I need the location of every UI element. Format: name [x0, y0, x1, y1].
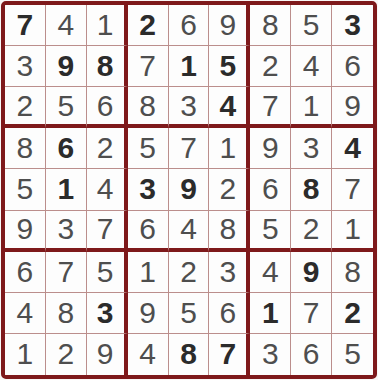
- sudoku-cell[interactable]: 4: [209, 87, 250, 128]
- sudoku-cell[interactable]: 3: [291, 128, 332, 169]
- sudoku-cell[interactable]: 9: [128, 293, 169, 334]
- sudoku-cell[interactable]: 4: [87, 169, 128, 210]
- sudoku-cell[interactable]: 3: [128, 169, 169, 210]
- sudoku-cell[interactable]: 2: [128, 5, 169, 46]
- sudoku-cell[interactable]: 9: [209, 5, 250, 46]
- sudoku-cell[interactable]: 3: [46, 211, 87, 252]
- sudoku-cell[interactable]: 4: [46, 5, 87, 46]
- sudoku-cell[interactable]: 8: [291, 169, 332, 210]
- sudoku-cell[interactable]: 9: [291, 252, 332, 293]
- sudoku-cell[interactable]: 1: [46, 169, 87, 210]
- sudoku-cell[interactable]: 1: [209, 128, 250, 169]
- sudoku-cell[interactable]: 2: [209, 169, 250, 210]
- sudoku-cell[interactable]: 6: [169, 5, 210, 46]
- sudoku-board: 7412698533987152462568347198625719345143…: [1, 1, 377, 379]
- sudoku-cell[interactable]: 8: [332, 252, 373, 293]
- sudoku-cell[interactable]: 5: [169, 293, 210, 334]
- sudoku-cell[interactable]: 7: [87, 211, 128, 252]
- sudoku-cell[interactable]: 6: [250, 169, 291, 210]
- sudoku-cell[interactable]: 7: [46, 252, 87, 293]
- sudoku-cell[interactable]: 2: [46, 334, 87, 375]
- sudoku-cell[interactable]: 1: [250, 293, 291, 334]
- sudoku-cell[interactable]: 6: [5, 252, 46, 293]
- sudoku-cell[interactable]: 8: [169, 334, 210, 375]
- sudoku-cell[interactable]: 2: [291, 211, 332, 252]
- sudoku-cell[interactable]: 3: [87, 293, 128, 334]
- sudoku-cell[interactable]: 9: [332, 87, 373, 128]
- sudoku-cell[interactable]: 9: [169, 169, 210, 210]
- sudoku-cell[interactable]: 9: [46, 46, 87, 87]
- sudoku-cell[interactable]: 5: [332, 334, 373, 375]
- sudoku-cell[interactable]: 3: [209, 252, 250, 293]
- sudoku-cell[interactable]: 8: [5, 128, 46, 169]
- sudoku-cell[interactable]: 9: [87, 334, 128, 375]
- sudoku-cell[interactable]: 5: [291, 5, 332, 46]
- sudoku-cell[interactable]: 6: [46, 128, 87, 169]
- sudoku-cell[interactable]: 4: [250, 252, 291, 293]
- sudoku-cell[interactable]: 1: [169, 46, 210, 87]
- sudoku-cell[interactable]: 5: [5, 169, 46, 210]
- sudoku-cell[interactable]: 5: [128, 128, 169, 169]
- sudoku-cell[interactable]: 6: [87, 87, 128, 128]
- sudoku-cell[interactable]: 3: [169, 87, 210, 128]
- sudoku-cell[interactable]: 3: [332, 5, 373, 46]
- sudoku-cell[interactable]: 7: [128, 46, 169, 87]
- sudoku-cell[interactable]: 7: [250, 87, 291, 128]
- sudoku-cell[interactable]: 5: [250, 211, 291, 252]
- sudoku-cell[interactable]: 7: [169, 128, 210, 169]
- sudoku-cell[interactable]: 8: [46, 293, 87, 334]
- sudoku-cell[interactable]: 9: [250, 128, 291, 169]
- sudoku-cell[interactable]: 7: [332, 169, 373, 210]
- sudoku-cell[interactable]: 6: [128, 211, 169, 252]
- sudoku-cell[interactable]: 8: [250, 5, 291, 46]
- sudoku-cell[interactable]: 6: [291, 334, 332, 375]
- sudoku-cell[interactable]: 3: [5, 46, 46, 87]
- sudoku-cell[interactable]: 8: [87, 46, 128, 87]
- sudoku-cell[interactable]: 2: [87, 128, 128, 169]
- sudoku-cell[interactable]: 4: [291, 46, 332, 87]
- sudoku-cell[interactable]: 6: [209, 293, 250, 334]
- sudoku-cell[interactable]: 4: [5, 293, 46, 334]
- sudoku-cell[interactable]: 7: [5, 5, 46, 46]
- sudoku-cell[interactable]: 3: [250, 334, 291, 375]
- sudoku-cell[interactable]: 1: [291, 87, 332, 128]
- sudoku-cell[interactable]: 4: [128, 334, 169, 375]
- sudoku-cell[interactable]: 2: [332, 293, 373, 334]
- sudoku-cell[interactable]: 8: [128, 87, 169, 128]
- sudoku-cell[interactable]: 9: [5, 211, 46, 252]
- sudoku-cell[interactable]: 5: [46, 87, 87, 128]
- sudoku-cell[interactable]: 2: [169, 252, 210, 293]
- sudoku-cell[interactable]: 1: [87, 5, 128, 46]
- sudoku-cell[interactable]: 1: [5, 334, 46, 375]
- sudoku-cell[interactable]: 1: [332, 211, 373, 252]
- sudoku-cell[interactable]: 7: [291, 293, 332, 334]
- sudoku-cell[interactable]: 5: [209, 46, 250, 87]
- sudoku-cell[interactable]: 4: [169, 211, 210, 252]
- sudoku-cell[interactable]: 5: [87, 252, 128, 293]
- sudoku-cell[interactable]: 6: [332, 46, 373, 87]
- sudoku-cell[interactable]: 4: [332, 128, 373, 169]
- sudoku-cell[interactable]: 2: [5, 87, 46, 128]
- sudoku-cell[interactable]: 2: [250, 46, 291, 87]
- sudoku-cell[interactable]: 7: [209, 334, 250, 375]
- sudoku-cell[interactable]: 1: [128, 252, 169, 293]
- sudoku-cell[interactable]: 8: [209, 211, 250, 252]
